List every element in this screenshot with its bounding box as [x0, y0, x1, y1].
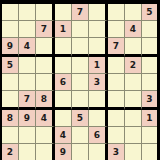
cell-r5c6[interactable]: 3	[89, 74, 108, 91]
cell-r3c7[interactable]: 7	[108, 38, 125, 57]
cell-r3c8[interactable]	[125, 38, 142, 57]
cell-r6c5[interactable]	[72, 91, 89, 110]
cell-r9c4[interactable]: 9	[55, 144, 72, 160]
cell-r9c2[interactable]	[19, 144, 36, 160]
cell-r4c7[interactable]	[108, 57, 125, 74]
cell-r9c1[interactable]: 2	[2, 144, 19, 160]
cell-r4c3[interactable]	[36, 57, 55, 74]
cell-r6c7[interactable]	[108, 91, 125, 110]
cell-r8c7[interactable]	[108, 127, 125, 144]
cell-r1c6[interactable]	[89, 4, 108, 21]
cell-r8c6[interactable]: 6	[89, 127, 108, 144]
cell-r4c4[interactable]	[55, 57, 72, 74]
cell-r2c5[interactable]	[72, 21, 89, 38]
cell-r3c5[interactable]	[72, 38, 89, 57]
cell-r3c4[interactable]	[55, 38, 72, 57]
cell-r1c9[interactable]: 5	[142, 4, 157, 21]
cell-r1c7[interactable]	[108, 4, 125, 21]
cell-r9c8[interactable]	[125, 144, 142, 160]
cell-r4c9[interactable]	[142, 57, 157, 74]
cell-r5c4[interactable]: 6	[55, 74, 72, 91]
cell-r3c2[interactable]: 4	[19, 38, 36, 57]
cell-r6c3[interactable]: 8	[36, 91, 55, 110]
cell-r4c2[interactable]	[19, 57, 36, 74]
cell-r8c1[interactable]	[2, 127, 19, 144]
cell-r2c8[interactable]: 4	[125, 21, 142, 38]
cell-r4c6[interactable]: 1	[89, 57, 108, 74]
cell-r2c3[interactable]: 7	[36, 21, 55, 38]
cell-r7c7[interactable]	[108, 110, 125, 127]
cell-r8c5[interactable]	[72, 127, 89, 144]
cell-r8c4[interactable]: 4	[55, 127, 72, 144]
cell-r3c6[interactable]	[89, 38, 108, 57]
cell-r8c8[interactable]	[125, 127, 142, 144]
cell-r1c8[interactable]	[125, 4, 142, 21]
cell-r5c5[interactable]	[72, 74, 89, 91]
cell-r3c9[interactable]	[142, 38, 157, 57]
cell-r9c9[interactable]	[142, 144, 157, 160]
cell-r6c4[interactable]	[55, 91, 72, 110]
cell-r1c4[interactable]	[55, 4, 72, 21]
cell-r7c2[interactable]: 9	[19, 110, 36, 127]
cell-r8c2[interactable]	[19, 127, 36, 144]
cell-r4c1[interactable]: 5	[2, 57, 19, 74]
cell-r3c3[interactable]	[36, 38, 55, 57]
cell-r8c9[interactable]	[142, 127, 157, 144]
cell-r1c5[interactable]: 7	[72, 4, 89, 21]
cell-r2c7[interactable]	[108, 21, 125, 38]
sudoku-board: 75714947512637838945146293	[0, 0, 160, 160]
cell-r2c4[interactable]: 1	[55, 21, 72, 38]
cell-r6c9[interactable]: 3	[142, 91, 157, 110]
cell-r5c3[interactable]	[36, 74, 55, 91]
cell-r1c1[interactable]	[2, 4, 19, 21]
cell-r5c8[interactable]	[125, 74, 142, 91]
cell-r7c9[interactable]: 1	[142, 110, 157, 127]
cell-r6c8[interactable]	[125, 91, 142, 110]
cell-r9c7[interactable]: 3	[108, 144, 125, 160]
sudoku-screen: 75714947512637838945146293	[0, 0, 160, 160]
cell-r7c6[interactable]	[89, 110, 108, 127]
cell-r9c5[interactable]	[72, 144, 89, 160]
cell-r7c4[interactable]	[55, 110, 72, 127]
cell-r6c2[interactable]: 7	[19, 91, 36, 110]
cell-r3c1[interactable]: 9	[2, 38, 19, 57]
cell-r6c6[interactable]	[89, 91, 108, 110]
cell-r4c8[interactable]: 2	[125, 57, 142, 74]
cell-r4c5[interactable]	[72, 57, 89, 74]
cell-r6c1[interactable]	[2, 91, 19, 110]
cell-r2c2[interactable]	[19, 21, 36, 38]
cell-r8c3[interactable]	[36, 127, 55, 144]
cell-r7c5[interactable]: 5	[72, 110, 89, 127]
cell-r9c3[interactable]	[36, 144, 55, 160]
cell-r7c8[interactable]	[125, 110, 142, 127]
cell-r1c3[interactable]	[36, 4, 55, 21]
cell-r7c1[interactable]: 8	[2, 110, 19, 127]
cell-r5c9[interactable]	[142, 74, 157, 91]
cell-r9c6[interactable]	[89, 144, 108, 160]
cell-r2c6[interactable]	[89, 21, 108, 38]
cell-r5c2[interactable]	[19, 74, 36, 91]
cell-r2c1[interactable]	[2, 21, 19, 38]
cell-r2c9[interactable]	[142, 21, 157, 38]
cell-r5c1[interactable]	[2, 74, 19, 91]
cell-r5c7[interactable]	[108, 74, 125, 91]
cell-r1c2[interactable]	[19, 4, 36, 21]
cell-r7c3[interactable]: 4	[36, 110, 55, 127]
